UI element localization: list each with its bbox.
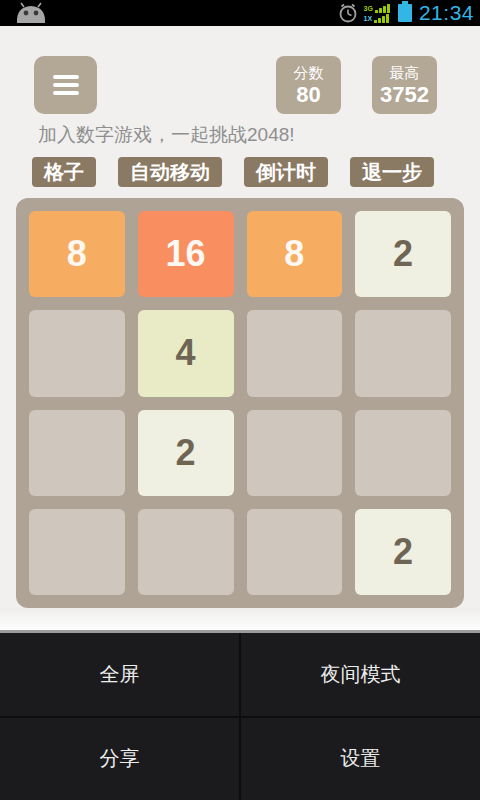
tile-2: 2 [355, 509, 451, 595]
tile-4: 4 [138, 310, 234, 396]
grid-size-button[interactable]: 格子 [32, 157, 96, 187]
clock-time: 21:34 [417, 1, 476, 25]
app-screen: 3G 1X 21:34 分数 80 最高 3752 [0, 0, 480, 800]
score-value: 80 [296, 82, 320, 108]
menu-item-fullscreen[interactable]: 全屏 [0, 633, 239, 716]
empty-cell [247, 509, 343, 595]
tile-16: 16 [138, 211, 234, 297]
hamburger-icon [53, 75, 79, 79]
sheet-top-fade [0, 608, 480, 630]
best-value: 3752 [380, 82, 429, 108]
tile-2: 2 [355, 211, 451, 297]
android-icon [13, 1, 49, 25]
empty-cell [29, 410, 125, 496]
empty-cell [247, 310, 343, 396]
action-button-row: 格子 自动移动 倒计时 退一步 [32, 157, 434, 187]
signal-1x-label: 1X [364, 15, 373, 23]
countdown-button[interactable]: 倒计时 [244, 157, 328, 187]
score-label: 分数 [294, 63, 324, 82]
empty-cell [29, 509, 125, 595]
alarm-clock-icon [337, 2, 359, 24]
menu-item-share[interactable]: 分享 [0, 718, 239, 800]
score-box: 分数 80 [276, 56, 341, 114]
empty-cell [29, 310, 125, 396]
undo-button[interactable]: 退一步 [350, 157, 434, 187]
empty-cell [138, 509, 234, 595]
tile-2: 2 [138, 410, 234, 496]
notification-area [0, 1, 49, 25]
tile-8: 8 [247, 211, 343, 297]
empty-cell [247, 410, 343, 496]
menu-item-night-mode[interactable]: 夜间模式 [241, 633, 480, 716]
battery-icon [398, 4, 412, 22]
empty-cell [355, 410, 451, 496]
best-label: 最高 [390, 63, 420, 82]
empty-cell [355, 310, 451, 396]
auto-move-button[interactable]: 自动移动 [118, 157, 222, 187]
hamburger-menu-button[interactable] [34, 56, 97, 114]
options-menu: 全屏 夜间模式 分享 设置 [0, 633, 480, 800]
signal-3g-label: 3G [364, 5, 373, 13]
status-bar: 3G 1X 21:34 [0, 0, 480, 26]
tile-8: 8 [29, 211, 125, 297]
header: 分数 80 最高 3752 [34, 56, 437, 114]
status-indicators: 3G 1X 21:34 [337, 1, 480, 25]
board-grid[interactable]: 81682422 [16, 198, 464, 608]
best-score-box: 最高 3752 [372, 56, 437, 114]
signal-strength-icon: 3G 1X [364, 4, 390, 23]
tagline-text: 加入数字游戏，一起挑战2048! [38, 122, 295, 148]
menu-item-settings[interactable]: 设置 [241, 718, 480, 800]
